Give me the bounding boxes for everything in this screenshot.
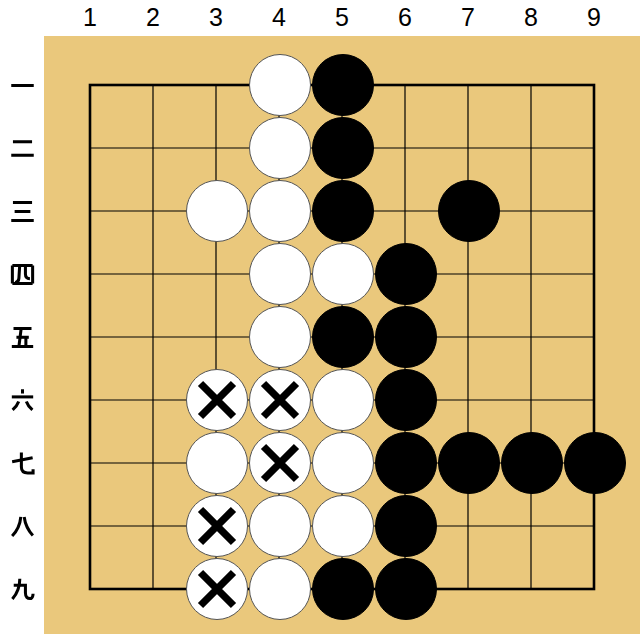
white-stone-x-marked-col4-row6[interactable] xyxy=(249,369,311,431)
row-labels xyxy=(0,0,44,634)
white-stone-col4-row4[interactable] xyxy=(249,243,311,305)
black-stone-col6-row4[interactable] xyxy=(375,243,437,305)
column-label-8: 8 xyxy=(524,0,538,34)
x-mark-icon xyxy=(187,496,247,556)
column-label-5: 5 xyxy=(335,0,349,34)
white-stone-col5-row4[interactable] xyxy=(312,243,374,305)
white-stone-x-marked-col3-row9[interactable] xyxy=(186,558,248,620)
black-stone-col5-row1[interactable] xyxy=(312,54,374,116)
row-label-6 xyxy=(9,387,36,414)
black-stone-col7-row7[interactable] xyxy=(438,432,500,494)
black-stone-col5-row5[interactable] xyxy=(312,306,374,368)
x-mark-icon xyxy=(187,370,247,430)
row-label-1 xyxy=(9,72,36,99)
black-stone-col9-row7[interactable] xyxy=(564,432,626,494)
white-stone-col5-row8[interactable] xyxy=(312,495,374,557)
column-label-6: 6 xyxy=(398,0,412,34)
white-stone-col3-row3[interactable] xyxy=(186,180,248,242)
black-stone-col8-row7[interactable] xyxy=(501,432,563,494)
black-stone-col5-row3[interactable] xyxy=(312,180,374,242)
row-label-3 xyxy=(9,198,36,225)
black-stone-col5-row9[interactable] xyxy=(312,558,374,620)
column-label-3: 3 xyxy=(209,0,223,34)
x-mark-icon xyxy=(250,370,310,430)
white-stone-col4-row1[interactable] xyxy=(249,54,311,116)
black-stone-col7-row3[interactable] xyxy=(438,180,500,242)
row-label-5 xyxy=(9,324,36,351)
white-stone-col3-row7[interactable] xyxy=(186,432,248,494)
column-label-2: 2 xyxy=(146,0,160,34)
column-label-9: 9 xyxy=(587,0,601,34)
row-label-7 xyxy=(9,450,36,477)
column-label-4: 4 xyxy=(272,0,286,34)
white-stone-col4-row2[interactable] xyxy=(249,117,311,179)
white-stone-x-marked-col3-row6[interactable] xyxy=(186,369,248,431)
x-mark-icon xyxy=(250,433,310,493)
column-labels: 123456789 xyxy=(0,0,640,36)
white-stone-col4-row9[interactable] xyxy=(249,558,311,620)
row-label-9 xyxy=(9,576,36,603)
column-label-7: 7 xyxy=(461,0,475,34)
white-stone-col4-row8[interactable] xyxy=(249,495,311,557)
go-problem-diagram: 123456789 xyxy=(0,0,640,634)
row-label-8 xyxy=(9,513,36,540)
black-stone-col6-row6[interactable] xyxy=(375,369,437,431)
white-stone-x-marked-col4-row7[interactable] xyxy=(249,432,311,494)
black-stone-col6-row7[interactable] xyxy=(375,432,437,494)
row-label-4 xyxy=(9,261,36,288)
go-board[interactable] xyxy=(59,53,626,620)
white-stone-col5-row6[interactable] xyxy=(312,369,374,431)
x-mark-icon xyxy=(187,559,247,619)
white-stone-col4-row3[interactable] xyxy=(249,180,311,242)
black-stone-col5-row2[interactable] xyxy=(312,117,374,179)
white-stone-x-marked-col3-row8[interactable] xyxy=(186,495,248,557)
black-stone-col6-row5[interactable] xyxy=(375,306,437,368)
column-label-1: 1 xyxy=(83,0,97,34)
black-stone-col6-row8[interactable] xyxy=(375,495,437,557)
white-stone-col5-row7[interactable] xyxy=(312,432,374,494)
white-stone-col4-row5[interactable] xyxy=(249,306,311,368)
black-stone-col6-row9[interactable] xyxy=(375,558,437,620)
row-label-2 xyxy=(9,135,36,162)
